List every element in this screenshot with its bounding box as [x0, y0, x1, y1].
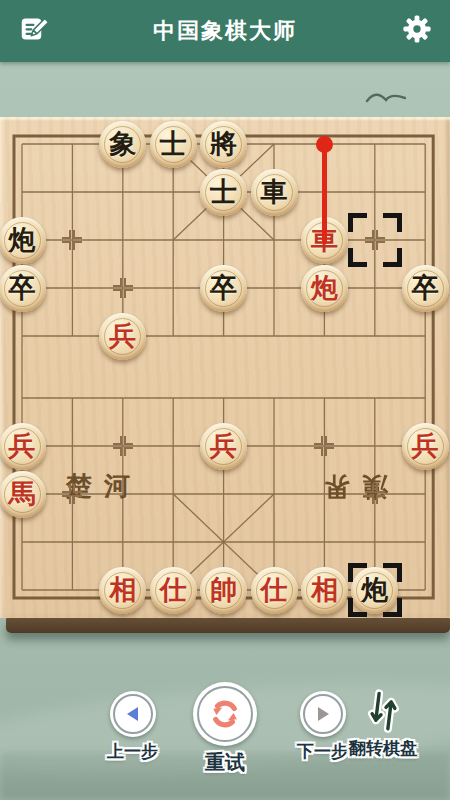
point-marker: [314, 436, 334, 456]
flip-board-button[interactable]: 翻转棋盘: [349, 688, 417, 760]
point-marker: [113, 436, 133, 456]
last-move-line: [322, 144, 327, 244]
retry-refresh-icon: [193, 682, 257, 746]
piece-red-advisor[interactable]: 仕: [251, 567, 298, 614]
toolbar: 上一步 重试 下一步: [0, 660, 450, 800]
prev-step-label: 上一步: [107, 740, 158, 763]
piece-red-soldier[interactable]: 兵: [99, 313, 146, 360]
piece-black-advisor[interactable]: 士: [200, 169, 247, 216]
piece-red-soldier[interactable]: 兵: [0, 423, 46, 470]
bird-decoration: [363, 86, 409, 112]
next-step-label: 下一步: [297, 740, 348, 763]
piece-red-cannon[interactable]: 炮: [301, 265, 348, 312]
app-screen: 中国象棋大师: [0, 0, 450, 800]
next-step-button[interactable]: 下一步: [297, 691, 348, 763]
piece-red-advisor[interactable]: 仕: [150, 567, 197, 614]
moves-list-button[interactable]: [16, 14, 50, 48]
board-edge: [6, 617, 450, 633]
piece-black-chariot[interactable]: 車: [251, 169, 298, 216]
prev-step-button[interactable]: 上一步: [107, 691, 158, 763]
settings-button[interactable]: [400, 14, 434, 48]
gear-icon: [401, 13, 433, 49]
app-header: 中国象棋大师: [0, 0, 450, 62]
point-marker: [113, 278, 133, 298]
piece-black-soldier[interactable]: 卒: [402, 265, 449, 312]
piece-black-general[interactable]: 將: [200, 121, 247, 168]
piece-black-soldier[interactable]: 卒: [200, 265, 247, 312]
note-edit-icon: [18, 14, 48, 48]
piece-black-elephant[interactable]: 象: [99, 121, 146, 168]
piece-red-soldier[interactable]: 兵: [200, 423, 247, 470]
point-marker: [62, 230, 82, 250]
flip-board-label: 翻转棋盘: [349, 737, 417, 760]
next-triangle-icon: [300, 691, 346, 737]
piece-black-cannon[interactable]: 炮: [0, 217, 46, 264]
retry-button[interactable]: 重试: [193, 682, 257, 776]
retry-label: 重试: [205, 749, 245, 776]
target-bracket: [348, 213, 402, 267]
piece-black-advisor[interactable]: 士: [150, 121, 197, 168]
last-move-origin-dot: [316, 136, 333, 153]
piece-red-elephant[interactable]: 相: [99, 567, 146, 614]
piece-red-general[interactable]: 帥: [200, 567, 247, 614]
piece-red-soldier[interactable]: 兵: [402, 423, 449, 470]
point-marker: [365, 484, 385, 504]
point-marker: [62, 484, 82, 504]
piece-red-horse[interactable]: 馬: [0, 471, 46, 518]
target-bracket: [348, 563, 402, 617]
prev-triangle-icon: [110, 691, 156, 737]
piece-red-elephant[interactable]: 相: [301, 567, 348, 614]
xiangqi-board[interactable]: 楚河 漢界 象士將士車炮卒卒卒炮車炮兵兵兵兵馬相仕帥仕相: [0, 117, 450, 618]
app-title: 中国象棋大师: [153, 16, 297, 46]
flip-arrows-icon: [360, 688, 406, 734]
piece-black-soldier[interactable]: 卒: [0, 265, 46, 312]
